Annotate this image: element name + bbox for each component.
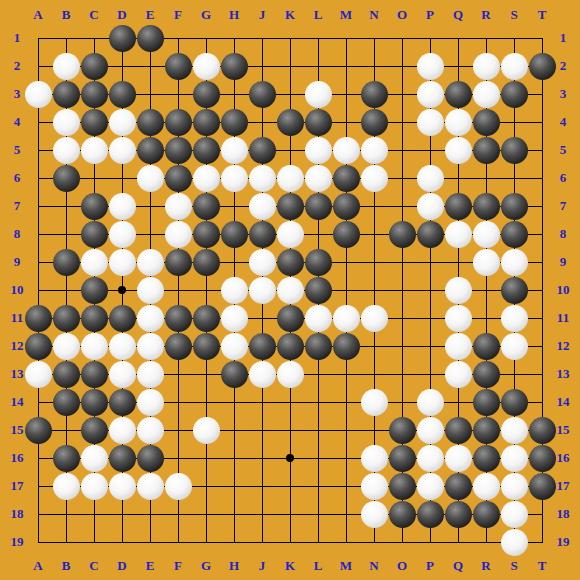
- intersection-R11[interactable]: [472, 304, 500, 332]
- intersection-R17[interactable]: [472, 472, 500, 500]
- intersection-D5[interactable]: [108, 136, 136, 164]
- intersection-S14[interactable]: [500, 388, 528, 416]
- intersection-R1[interactable]: [472, 24, 500, 52]
- intersection-K6[interactable]: [276, 164, 304, 192]
- intersection-E8[interactable]: [136, 220, 164, 248]
- intersection-P14[interactable]: [416, 388, 444, 416]
- intersection-D7[interactable]: [108, 192, 136, 220]
- intersection-K9[interactable]: [276, 248, 304, 276]
- intersection-L8[interactable]: [304, 220, 332, 248]
- intersection-D2[interactable]: [108, 52, 136, 80]
- intersection-C16[interactable]: [80, 444, 108, 472]
- intersection-P2[interactable]: [416, 52, 444, 80]
- intersection-Q4[interactable]: [444, 108, 472, 136]
- intersection-N16[interactable]: [360, 444, 388, 472]
- intersection-L5[interactable]: [304, 136, 332, 164]
- intersection-E19[interactable]: [136, 528, 164, 556]
- intersection-Q13[interactable]: [444, 360, 472, 388]
- intersection-C13[interactable]: [80, 360, 108, 388]
- intersection-J18[interactable]: [248, 500, 276, 528]
- intersection-F9[interactable]: [164, 248, 192, 276]
- intersection-L12[interactable]: [304, 332, 332, 360]
- intersection-L15[interactable]: [304, 416, 332, 444]
- intersection-N10[interactable]: [360, 276, 388, 304]
- intersection-G19[interactable]: [192, 528, 220, 556]
- intersection-B16[interactable]: [52, 444, 80, 472]
- intersection-S18[interactable]: [500, 500, 528, 528]
- intersection-L19[interactable]: [304, 528, 332, 556]
- intersection-F17[interactable]: [164, 472, 192, 500]
- intersection-J1[interactable]: [248, 24, 276, 52]
- intersection-L9[interactable]: [304, 248, 332, 276]
- intersection-J7[interactable]: [248, 192, 276, 220]
- intersection-D15[interactable]: [108, 416, 136, 444]
- intersection-H18[interactable]: [220, 500, 248, 528]
- intersection-J12[interactable]: [248, 332, 276, 360]
- intersection-B3[interactable]: [52, 80, 80, 108]
- intersection-O4[interactable]: [388, 108, 416, 136]
- intersection-O7[interactable]: [388, 192, 416, 220]
- intersection-F4[interactable]: [164, 108, 192, 136]
- intersection-K4[interactable]: [276, 108, 304, 136]
- intersection-P9[interactable]: [416, 248, 444, 276]
- intersection-J10[interactable]: [248, 276, 276, 304]
- intersection-Q8[interactable]: [444, 220, 472, 248]
- intersection-P13[interactable]: [416, 360, 444, 388]
- intersection-F15[interactable]: [164, 416, 192, 444]
- intersection-M14[interactable]: [332, 388, 360, 416]
- intersection-B8[interactable]: [52, 220, 80, 248]
- intersection-K12[interactable]: [276, 332, 304, 360]
- intersection-J6[interactable]: [248, 164, 276, 192]
- intersection-S12[interactable]: [500, 332, 528, 360]
- intersection-K1[interactable]: [276, 24, 304, 52]
- intersection-F12[interactable]: [164, 332, 192, 360]
- intersection-L2[interactable]: [304, 52, 332, 80]
- intersection-E17[interactable]: [136, 472, 164, 500]
- intersection-M3[interactable]: [332, 80, 360, 108]
- intersection-G10[interactable]: [192, 276, 220, 304]
- intersection-C8[interactable]: [80, 220, 108, 248]
- intersection-B15[interactable]: [52, 416, 80, 444]
- intersection-H11[interactable]: [220, 304, 248, 332]
- intersection-R3[interactable]: [472, 80, 500, 108]
- intersection-K19[interactable]: [276, 528, 304, 556]
- intersection-B1[interactable]: [52, 24, 80, 52]
- intersection-Q3[interactable]: [444, 80, 472, 108]
- intersection-P8[interactable]: [416, 220, 444, 248]
- intersection-O6[interactable]: [388, 164, 416, 192]
- intersection-K17[interactable]: [276, 472, 304, 500]
- intersection-Q5[interactable]: [444, 136, 472, 164]
- intersection-C15[interactable]: [80, 416, 108, 444]
- intersection-S11[interactable]: [500, 304, 528, 332]
- intersection-G16[interactable]: [192, 444, 220, 472]
- intersection-R7[interactable]: [472, 192, 500, 220]
- intersection-M17[interactable]: [332, 472, 360, 500]
- intersection-B6[interactable]: [52, 164, 80, 192]
- intersection-D8[interactable]: [108, 220, 136, 248]
- intersection-M13[interactable]: [332, 360, 360, 388]
- intersection-D3[interactable]: [108, 80, 136, 108]
- intersection-N18[interactable]: [360, 500, 388, 528]
- intersection-C10[interactable]: [80, 276, 108, 304]
- intersection-H7[interactable]: [220, 192, 248, 220]
- intersection-S5[interactable]: [500, 136, 528, 164]
- intersection-N3[interactable]: [360, 80, 388, 108]
- intersection-J13[interactable]: [248, 360, 276, 388]
- intersection-R10[interactable]: [472, 276, 500, 304]
- intersection-E1[interactable]: [136, 24, 164, 52]
- intersection-M9[interactable]: [332, 248, 360, 276]
- intersection-B5[interactable]: [52, 136, 80, 164]
- intersection-M6[interactable]: [332, 164, 360, 192]
- intersection-G12[interactable]: [192, 332, 220, 360]
- intersection-Q7[interactable]: [444, 192, 472, 220]
- intersection-E15[interactable]: [136, 416, 164, 444]
- intersection-D16[interactable]: [108, 444, 136, 472]
- intersection-D19[interactable]: [108, 528, 136, 556]
- intersection-O10[interactable]: [388, 276, 416, 304]
- intersection-J9[interactable]: [248, 248, 276, 276]
- intersection-F13[interactable]: [164, 360, 192, 388]
- intersection-R9[interactable]: [472, 248, 500, 276]
- intersection-N14[interactable]: [360, 388, 388, 416]
- intersection-S10[interactable]: [500, 276, 528, 304]
- intersection-H3[interactable]: [220, 80, 248, 108]
- intersection-M1[interactable]: [332, 24, 360, 52]
- intersection-R8[interactable]: [472, 220, 500, 248]
- intersection-O17[interactable]: [388, 472, 416, 500]
- intersection-R12[interactable]: [472, 332, 500, 360]
- intersection-G7[interactable]: [192, 192, 220, 220]
- intersection-F8[interactable]: [164, 220, 192, 248]
- intersection-S19[interactable]: [500, 528, 528, 556]
- intersection-C5[interactable]: [80, 136, 108, 164]
- intersection-N13[interactable]: [360, 360, 388, 388]
- intersection-M10[interactable]: [332, 276, 360, 304]
- intersection-C14[interactable]: [80, 388, 108, 416]
- intersection-L7[interactable]: [304, 192, 332, 220]
- intersection-J17[interactable]: [248, 472, 276, 500]
- intersection-J16[interactable]: [248, 444, 276, 472]
- intersection-B2[interactable]: [52, 52, 80, 80]
- intersection-D10[interactable]: [108, 276, 136, 304]
- intersection-G14[interactable]: [192, 388, 220, 416]
- intersection-F2[interactable]: [164, 52, 192, 80]
- intersection-S6[interactable]: [500, 164, 528, 192]
- intersection-D13[interactable]: [108, 360, 136, 388]
- intersection-N19[interactable]: [360, 528, 388, 556]
- intersection-P7[interactable]: [416, 192, 444, 220]
- intersection-K3[interactable]: [276, 80, 304, 108]
- intersection-E6[interactable]: [136, 164, 164, 192]
- intersection-K14[interactable]: [276, 388, 304, 416]
- intersection-E18[interactable]: [136, 500, 164, 528]
- intersection-D17[interactable]: [108, 472, 136, 500]
- intersection-M5[interactable]: [332, 136, 360, 164]
- intersection-S15[interactable]: [500, 416, 528, 444]
- intersection-N5[interactable]: [360, 136, 388, 164]
- intersection-G2[interactable]: [192, 52, 220, 80]
- intersection-K16[interactable]: [276, 444, 304, 472]
- intersection-F6[interactable]: [164, 164, 192, 192]
- intersection-B19[interactable]: [52, 528, 80, 556]
- intersection-F18[interactable]: [164, 500, 192, 528]
- intersection-B13[interactable]: [52, 360, 80, 388]
- intersection-K2[interactable]: [276, 52, 304, 80]
- intersection-E5[interactable]: [136, 136, 164, 164]
- intersection-H16[interactable]: [220, 444, 248, 472]
- intersection-J19[interactable]: [248, 528, 276, 556]
- intersection-M8[interactable]: [332, 220, 360, 248]
- intersection-O9[interactable]: [388, 248, 416, 276]
- intersection-H6[interactable]: [220, 164, 248, 192]
- intersection-R6[interactable]: [472, 164, 500, 192]
- intersection-C7[interactable]: [80, 192, 108, 220]
- intersection-M12[interactable]: [332, 332, 360, 360]
- intersection-E11[interactable]: [136, 304, 164, 332]
- intersection-S9[interactable]: [500, 248, 528, 276]
- intersection-C11[interactable]: [80, 304, 108, 332]
- intersection-F1[interactable]: [164, 24, 192, 52]
- intersection-N11[interactable]: [360, 304, 388, 332]
- intersection-M4[interactable]: [332, 108, 360, 136]
- intersection-G18[interactable]: [192, 500, 220, 528]
- intersection-H19[interactable]: [220, 528, 248, 556]
- intersection-J4[interactable]: [248, 108, 276, 136]
- intersection-N2[interactable]: [360, 52, 388, 80]
- intersection-Q17[interactable]: [444, 472, 472, 500]
- intersection-P6[interactable]: [416, 164, 444, 192]
- intersection-N12[interactable]: [360, 332, 388, 360]
- intersection-P15[interactable]: [416, 416, 444, 444]
- intersection-N7[interactable]: [360, 192, 388, 220]
- intersection-E10[interactable]: [136, 276, 164, 304]
- intersection-M16[interactable]: [332, 444, 360, 472]
- intersection-H14[interactable]: [220, 388, 248, 416]
- intersection-P19[interactable]: [416, 528, 444, 556]
- intersection-M18[interactable]: [332, 500, 360, 528]
- intersection-R13[interactable]: [472, 360, 500, 388]
- intersection-J8[interactable]: [248, 220, 276, 248]
- intersection-S17[interactable]: [500, 472, 528, 500]
- intersection-J2[interactable]: [248, 52, 276, 80]
- intersection-C2[interactable]: [80, 52, 108, 80]
- intersection-S16[interactable]: [500, 444, 528, 472]
- intersection-C1[interactable]: [80, 24, 108, 52]
- goban[interactable]: [24, 24, 556, 556]
- intersection-L13[interactable]: [304, 360, 332, 388]
- intersection-G5[interactable]: [192, 136, 220, 164]
- intersection-S2[interactable]: [500, 52, 528, 80]
- intersection-P17[interactable]: [416, 472, 444, 500]
- intersection-J5[interactable]: [248, 136, 276, 164]
- intersection-F14[interactable]: [164, 388, 192, 416]
- intersection-S3[interactable]: [500, 80, 528, 108]
- intersection-N8[interactable]: [360, 220, 388, 248]
- intersection-E12[interactable]: [136, 332, 164, 360]
- intersection-E9[interactable]: [136, 248, 164, 276]
- intersection-D1[interactable]: [108, 24, 136, 52]
- intersection-C12[interactable]: [80, 332, 108, 360]
- intersection-L14[interactable]: [304, 388, 332, 416]
- intersection-G1[interactable]: [192, 24, 220, 52]
- intersection-E14[interactable]: [136, 388, 164, 416]
- intersection-M19[interactable]: [332, 528, 360, 556]
- intersection-F16[interactable]: [164, 444, 192, 472]
- intersection-D14[interactable]: [108, 388, 136, 416]
- intersection-G6[interactable]: [192, 164, 220, 192]
- intersection-Q6[interactable]: [444, 164, 472, 192]
- intersection-M7[interactable]: [332, 192, 360, 220]
- intersection-P4[interactable]: [416, 108, 444, 136]
- intersection-R15[interactable]: [472, 416, 500, 444]
- intersection-H4[interactable]: [220, 108, 248, 136]
- intersection-O14[interactable]: [388, 388, 416, 416]
- intersection-F19[interactable]: [164, 528, 192, 556]
- intersection-C18[interactable]: [80, 500, 108, 528]
- intersection-R16[interactable]: [472, 444, 500, 472]
- intersection-O8[interactable]: [388, 220, 416, 248]
- intersection-L17[interactable]: [304, 472, 332, 500]
- intersection-P5[interactable]: [416, 136, 444, 164]
- intersection-K7[interactable]: [276, 192, 304, 220]
- intersection-B10[interactable]: [52, 276, 80, 304]
- intersection-G17[interactable]: [192, 472, 220, 500]
- intersection-Q2[interactable]: [444, 52, 472, 80]
- intersection-K18[interactable]: [276, 500, 304, 528]
- intersection-E3[interactable]: [136, 80, 164, 108]
- intersection-L6[interactable]: [304, 164, 332, 192]
- intersection-Q1[interactable]: [444, 24, 472, 52]
- intersection-E2[interactable]: [136, 52, 164, 80]
- intersection-G11[interactable]: [192, 304, 220, 332]
- intersection-N4[interactable]: [360, 108, 388, 136]
- intersection-D11[interactable]: [108, 304, 136, 332]
- intersection-L16[interactable]: [304, 444, 332, 472]
- intersection-H15[interactable]: [220, 416, 248, 444]
- intersection-M2[interactable]: [332, 52, 360, 80]
- intersection-R2[interactable]: [472, 52, 500, 80]
- intersection-N15[interactable]: [360, 416, 388, 444]
- intersection-C19[interactable]: [80, 528, 108, 556]
- intersection-Q19[interactable]: [444, 528, 472, 556]
- intersection-P12[interactable]: [416, 332, 444, 360]
- intersection-O1[interactable]: [388, 24, 416, 52]
- intersection-F3[interactable]: [164, 80, 192, 108]
- intersection-K13[interactable]: [276, 360, 304, 388]
- intersection-P11[interactable]: [416, 304, 444, 332]
- intersection-B12[interactable]: [52, 332, 80, 360]
- intersection-P18[interactable]: [416, 500, 444, 528]
- intersection-E4[interactable]: [136, 108, 164, 136]
- intersection-J15[interactable]: [248, 416, 276, 444]
- intersection-S8[interactable]: [500, 220, 528, 248]
- intersection-Q16[interactable]: [444, 444, 472, 472]
- intersection-L10[interactable]: [304, 276, 332, 304]
- intersection-S13[interactable]: [500, 360, 528, 388]
- intersection-N9[interactable]: [360, 248, 388, 276]
- intersection-H10[interactable]: [220, 276, 248, 304]
- intersection-Q12[interactable]: [444, 332, 472, 360]
- intersection-R5[interactable]: [472, 136, 500, 164]
- intersection-L1[interactable]: [304, 24, 332, 52]
- intersection-Q14[interactable]: [444, 388, 472, 416]
- intersection-H12[interactable]: [220, 332, 248, 360]
- intersection-C6[interactable]: [80, 164, 108, 192]
- intersection-G3[interactable]: [192, 80, 220, 108]
- intersection-C4[interactable]: [80, 108, 108, 136]
- intersection-F5[interactable]: [164, 136, 192, 164]
- intersection-C17[interactable]: [80, 472, 108, 500]
- intersection-H2[interactable]: [220, 52, 248, 80]
- intersection-S1[interactable]: [500, 24, 528, 52]
- intersection-P10[interactable]: [416, 276, 444, 304]
- intersection-N17[interactable]: [360, 472, 388, 500]
- intersection-L18[interactable]: [304, 500, 332, 528]
- intersection-J14[interactable]: [248, 388, 276, 416]
- intersection-E7[interactable]: [136, 192, 164, 220]
- intersection-D9[interactable]: [108, 248, 136, 276]
- intersection-L11[interactable]: [304, 304, 332, 332]
- intersection-E13[interactable]: [136, 360, 164, 388]
- intersection-N6[interactable]: [360, 164, 388, 192]
- intersection-B14[interactable]: [52, 388, 80, 416]
- intersection-P3[interactable]: [416, 80, 444, 108]
- intersection-B17[interactable]: [52, 472, 80, 500]
- intersection-O13[interactable]: [388, 360, 416, 388]
- intersection-H17[interactable]: [220, 472, 248, 500]
- intersection-Q9[interactable]: [444, 248, 472, 276]
- intersection-R18[interactable]: [472, 500, 500, 528]
- intersection-H1[interactable]: [220, 24, 248, 52]
- intersection-O3[interactable]: [388, 80, 416, 108]
- intersection-J3[interactable]: [248, 80, 276, 108]
- intersection-R4[interactable]: [472, 108, 500, 136]
- intersection-M11[interactable]: [332, 304, 360, 332]
- intersection-H5[interactable]: [220, 136, 248, 164]
- intersection-D6[interactable]: [108, 164, 136, 192]
- intersection-S4[interactable]: [500, 108, 528, 136]
- intersection-Q11[interactable]: [444, 304, 472, 332]
- intersection-C9[interactable]: [80, 248, 108, 276]
- intersection-S7[interactable]: [500, 192, 528, 220]
- intersection-H9[interactable]: [220, 248, 248, 276]
- intersection-H8[interactable]: [220, 220, 248, 248]
- intersection-E16[interactable]: [136, 444, 164, 472]
- intersection-D18[interactable]: [108, 500, 136, 528]
- intersection-O5[interactable]: [388, 136, 416, 164]
- intersection-G8[interactable]: [192, 220, 220, 248]
- intersection-P1[interactable]: [416, 24, 444, 52]
- intersection-O19[interactable]: [388, 528, 416, 556]
- intersection-L3[interactable]: [304, 80, 332, 108]
- intersection-H13[interactable]: [220, 360, 248, 388]
- intersection-B7[interactable]: [52, 192, 80, 220]
- intersection-G13[interactable]: [192, 360, 220, 388]
- intersection-K11[interactable]: [276, 304, 304, 332]
- intersection-O16[interactable]: [388, 444, 416, 472]
- intersection-R14[interactable]: [472, 388, 500, 416]
- intersection-Q18[interactable]: [444, 500, 472, 528]
- intersection-P16[interactable]: [416, 444, 444, 472]
- intersection-B18[interactable]: [52, 500, 80, 528]
- intersection-O12[interactable]: [388, 332, 416, 360]
- intersection-G9[interactable]: [192, 248, 220, 276]
- intersection-C3[interactable]: [80, 80, 108, 108]
- intersection-F7[interactable]: [164, 192, 192, 220]
